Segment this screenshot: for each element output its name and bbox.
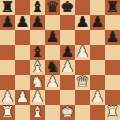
black-pawn: ♟ <box>91 15 104 30</box>
black-queen: ♛ <box>46 0 59 15</box>
square-g2[interactable]: ♟ <box>90 90 105 105</box>
square-e8[interactable]: ♚ <box>60 0 75 15</box>
black-bishop: ♝ <box>31 45 44 60</box>
black-pawn: ♟ <box>1 15 14 30</box>
black-pawn: ♟ <box>31 15 44 30</box>
black-rook: ♜ <box>1 0 14 15</box>
square-c7[interactable]: ♟ <box>30 15 45 30</box>
square-c2[interactable]: ♟ <box>30 90 45 105</box>
square-g6[interactable] <box>90 30 105 45</box>
black-bishop: ♝ <box>31 0 44 15</box>
white-bishop: ♝ <box>31 105 44 120</box>
square-g3[interactable] <box>90 75 105 90</box>
square-h8[interactable]: ♜ <box>105 0 120 15</box>
square-f7[interactable]: ♟ <box>75 15 90 30</box>
square-g8[interactable] <box>90 0 105 15</box>
square-b6[interactable] <box>15 30 30 45</box>
square-d6[interactable]: ♟ <box>45 30 60 45</box>
black-pawn: ♟ <box>16 15 29 30</box>
square-h2[interactable] <box>105 90 120 105</box>
square-c3[interactable]: ♞ <box>30 75 45 90</box>
square-f2[interactable] <box>75 90 90 105</box>
white-knight: ♞ <box>31 75 44 90</box>
white-pawn: ♟ <box>76 45 89 60</box>
square-a2[interactable]: ♟ <box>0 90 15 105</box>
square-a5[interactable] <box>0 45 15 60</box>
square-d7[interactable] <box>45 15 60 30</box>
white-pawn: ♟ <box>16 90 29 105</box>
square-c8[interactable]: ♝ <box>30 0 45 15</box>
square-e3[interactable] <box>60 75 75 90</box>
square-e2[interactable] <box>60 90 75 105</box>
square-e6[interactable] <box>60 30 75 45</box>
black-pawn: ♟ <box>46 30 59 45</box>
square-f6[interactable] <box>75 30 90 45</box>
square-g5[interactable] <box>90 45 105 60</box>
square-b1[interactable] <box>15 105 30 120</box>
white-rook: ♜ <box>106 105 119 120</box>
white-pawn: ♟ <box>31 90 44 105</box>
square-e1[interactable]: ♚ <box>60 105 75 120</box>
square-h4[interactable] <box>105 60 120 75</box>
square-c4[interactable]: ♝ <box>30 60 45 75</box>
black-knight: ♞ <box>46 60 59 75</box>
square-d1[interactable] <box>45 105 60 120</box>
black-pawn: ♟ <box>61 45 74 60</box>
black-pawn: ♟ <box>106 30 119 45</box>
square-h5[interactable] <box>105 45 120 60</box>
square-h6[interactable]: ♟ <box>105 30 120 45</box>
square-f3[interactable]: ♛ <box>75 75 90 90</box>
white-rook: ♜ <box>1 105 14 120</box>
square-f5[interactable]: ♟ <box>75 45 90 60</box>
black-king: ♚ <box>61 0 74 15</box>
square-d3[interactable]: ♟ <box>45 75 60 90</box>
square-c5[interactable]: ♝ <box>30 45 45 60</box>
black-pawn: ♟ <box>76 15 89 30</box>
square-a4[interactable] <box>0 60 15 75</box>
square-e4[interactable]: ♟ <box>60 60 75 75</box>
square-c6[interactable] <box>30 30 45 45</box>
square-a1[interactable]: ♜ <box>0 105 15 120</box>
white-bishop: ♝ <box>31 60 44 75</box>
white-queen: ♛ <box>76 75 89 90</box>
square-b2[interactable]: ♟ <box>15 90 30 105</box>
chess-board: ♜♝♛♚♜♟♟♟♟♟♟♟♝♟♟♝♞♟♞♟♛♟♟♟♟♜♝♚♜ <box>0 0 120 120</box>
square-h3[interactable] <box>105 75 120 90</box>
square-a6[interactable] <box>0 30 15 45</box>
white-pawn: ♟ <box>1 90 14 105</box>
square-h7[interactable] <box>105 15 120 30</box>
white-pawn: ♟ <box>61 60 74 75</box>
square-f4[interactable] <box>75 60 90 75</box>
square-a8[interactable]: ♜ <box>0 0 15 15</box>
square-b4[interactable] <box>15 60 30 75</box>
square-b5[interactable] <box>15 45 30 60</box>
square-h1[interactable]: ♜ <box>105 105 120 120</box>
white-king: ♚ <box>61 105 74 120</box>
black-rook: ♜ <box>106 0 119 15</box>
square-f8[interactable] <box>75 0 90 15</box>
square-d2[interactable] <box>45 90 60 105</box>
square-a7[interactable]: ♟ <box>0 15 15 30</box>
square-c1[interactable]: ♝ <box>30 105 45 120</box>
square-b3[interactable] <box>15 75 30 90</box>
square-g4[interactable] <box>90 60 105 75</box>
square-f1[interactable] <box>75 105 90 120</box>
square-b8[interactable] <box>15 0 30 15</box>
square-e7[interactable] <box>60 15 75 30</box>
white-pawn: ♟ <box>91 90 104 105</box>
square-d4[interactable]: ♞ <box>45 60 60 75</box>
square-a3[interactable] <box>0 75 15 90</box>
white-pawn: ♟ <box>46 75 59 90</box>
square-d8[interactable]: ♛ <box>45 0 60 15</box>
square-g7[interactable]: ♟ <box>90 15 105 30</box>
square-d5[interactable] <box>45 45 60 60</box>
square-g1[interactable] <box>90 105 105 120</box>
square-b7[interactable]: ♟ <box>15 15 30 30</box>
square-e5[interactable]: ♟ <box>60 45 75 60</box>
